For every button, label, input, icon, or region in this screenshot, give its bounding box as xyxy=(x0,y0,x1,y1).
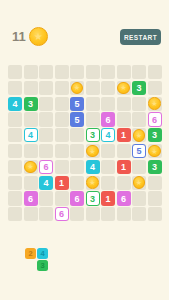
board-cell[interactable]: 1 xyxy=(55,176,69,190)
board-cell[interactable] xyxy=(117,207,131,221)
board-cell[interactable] xyxy=(8,207,22,221)
number-tile-6: 6 xyxy=(117,191,131,205)
board-cell[interactable]: 1 xyxy=(101,191,115,205)
coin: ★ xyxy=(117,82,130,95)
board-cell[interactable] xyxy=(148,176,162,190)
board-cell[interactable] xyxy=(24,207,38,221)
board-cell[interactable] xyxy=(70,144,84,158)
coin-icon: ★ xyxy=(29,27,48,46)
preview-tile-3: 3 xyxy=(37,260,48,271)
board-cell[interactable]: 6 xyxy=(70,191,84,205)
number-tile-6-outline: 6 xyxy=(55,207,69,221)
board-cell[interactable] xyxy=(117,97,131,111)
board-cell[interactable] xyxy=(55,65,69,79)
board-cell[interactable] xyxy=(148,65,162,79)
number-tile-3: 3 xyxy=(148,128,162,142)
board-cell[interactable] xyxy=(148,207,162,221)
board-cell[interactable] xyxy=(39,128,53,142)
board-cell[interactable] xyxy=(70,176,84,190)
preview-tile-2: 2 xyxy=(25,248,36,259)
board-cell[interactable] xyxy=(24,144,38,158)
coin: ★ xyxy=(71,82,84,95)
number-tile-1: 1 xyxy=(55,176,69,190)
star-icon: ★ xyxy=(151,100,157,107)
board-cell[interactable] xyxy=(117,112,131,126)
board-cell[interactable]: ★ xyxy=(132,176,146,190)
board-cell[interactable]: 3 xyxy=(132,81,146,95)
board-cell[interactable] xyxy=(70,128,84,142)
board-cell[interactable]: 3 xyxy=(24,97,38,111)
number-tile-6: 6 xyxy=(24,191,38,205)
board-cell[interactable]: 1 xyxy=(117,128,131,142)
board-cell[interactable]: 6 xyxy=(101,112,115,126)
star-icon: ★ xyxy=(151,147,157,154)
board-cell[interactable] xyxy=(86,65,100,79)
number-tile-5: 5 xyxy=(70,97,84,111)
board-cell[interactable]: 4 xyxy=(39,176,53,190)
number-tile-6: 6 xyxy=(101,112,115,126)
board-cell[interactable] xyxy=(8,176,22,190)
board-cell[interactable] xyxy=(86,112,100,126)
star-icon: ★ xyxy=(120,84,126,91)
coin: ★ xyxy=(86,176,99,189)
number-tile-4: 4 xyxy=(86,160,100,174)
number-tile-6: 6 xyxy=(70,191,84,205)
number-tile-4: 4 xyxy=(8,97,22,111)
board-cell[interactable] xyxy=(55,191,69,205)
board-cell[interactable] xyxy=(39,65,53,79)
number-tile-1: 1 xyxy=(117,160,131,174)
number-tile-3-outline: 3 xyxy=(86,191,100,205)
board-cell[interactable] xyxy=(70,160,84,174)
board-cell[interactable] xyxy=(148,81,162,95)
board-cell[interactable] xyxy=(132,207,146,221)
board-cell[interactable] xyxy=(132,97,146,111)
board-cell[interactable] xyxy=(24,65,38,79)
board-cell[interactable] xyxy=(132,65,146,79)
coin-count: 11 xyxy=(12,29,26,44)
number-tile-5-outline: 5 xyxy=(132,144,146,158)
coin: ★ xyxy=(86,145,99,158)
board-cell[interactable]: 6 xyxy=(55,207,69,221)
board-cell[interactable] xyxy=(24,81,38,95)
preview-tile-4: 4 xyxy=(37,248,48,259)
board-cell[interactable]: ★ xyxy=(148,144,162,158)
board-cell[interactable] xyxy=(55,97,69,111)
board-cell[interactable]: ★ xyxy=(86,144,100,158)
board-cell[interactable]: ★ xyxy=(148,97,162,111)
board-cell[interactable]: 3 xyxy=(148,128,162,142)
board-cell[interactable] xyxy=(55,144,69,158)
star-icon: ★ xyxy=(136,179,142,186)
board-cell[interactable] xyxy=(39,144,53,158)
coin: ★ xyxy=(24,161,37,174)
number-tile-4-outline: 4 xyxy=(101,128,115,142)
number-tile-6-outline: 6 xyxy=(148,112,162,126)
number-tile-3: 3 xyxy=(148,160,162,174)
board-cell[interactable]: 5 xyxy=(70,97,84,111)
board-cell[interactable] xyxy=(132,191,146,205)
board-cell[interactable]: 6 xyxy=(148,112,162,126)
board-cell[interactable]: 1 xyxy=(117,160,131,174)
number-tile-4-outline: 4 xyxy=(24,128,38,142)
board-cell[interactable]: 4 xyxy=(24,128,38,142)
board-cell[interactable] xyxy=(8,144,22,158)
board-cell[interactable] xyxy=(101,144,115,158)
star-icon: ★ xyxy=(136,131,142,138)
coin: ★ xyxy=(133,129,146,142)
board-cell[interactable] xyxy=(86,81,100,95)
number-tile-6-outline: 6 xyxy=(39,160,53,174)
board-cell[interactable] xyxy=(24,176,38,190)
board-cell[interactable]: 4 xyxy=(8,97,22,111)
board-cell[interactable]: 3 xyxy=(86,128,100,142)
board-cell[interactable] xyxy=(86,97,100,111)
board-cell[interactable] xyxy=(101,81,115,95)
board-cell[interactable] xyxy=(148,191,162,205)
board-cell[interactable]: 3 xyxy=(86,191,100,205)
number-tile-3: 3 xyxy=(132,81,146,95)
board-cell[interactable] xyxy=(132,112,146,126)
game-board: ★★3435★5664341★3★5★★641341★★663166 xyxy=(8,65,162,221)
board-cell[interactable] xyxy=(39,81,53,95)
board-cell[interactable] xyxy=(101,176,115,190)
coin: ★ xyxy=(133,176,146,189)
board-cell[interactable] xyxy=(8,81,22,95)
preview-empty xyxy=(25,260,36,271)
board-cell[interactable]: ★ xyxy=(70,81,84,95)
number-tile-1: 1 xyxy=(117,128,131,142)
board-cell[interactable]: 3 xyxy=(148,160,162,174)
board-cell[interactable]: ★ xyxy=(117,81,131,95)
board-cell[interactable] xyxy=(101,65,115,79)
board-cell[interactable]: 6 xyxy=(24,191,38,205)
number-tile-5: 5 xyxy=(70,112,84,126)
coin: ★ xyxy=(148,97,161,110)
board-cell[interactable] xyxy=(39,112,53,126)
board-cell[interactable]: ★ xyxy=(86,176,100,190)
board-cell[interactable] xyxy=(117,65,131,79)
board-cell[interactable]: 6 xyxy=(39,160,53,174)
board-cell[interactable] xyxy=(8,128,22,142)
board-cell[interactable] xyxy=(70,65,84,79)
board-cell[interactable] xyxy=(101,160,115,174)
board-cell[interactable] xyxy=(39,207,53,221)
star-icon: ★ xyxy=(27,163,33,170)
board-cell[interactable] xyxy=(86,207,100,221)
star-icon: ★ xyxy=(74,84,80,91)
board-cell[interactable] xyxy=(55,128,69,142)
board-cell[interactable] xyxy=(117,144,131,158)
board-cell[interactable]: 4 xyxy=(101,128,115,142)
next-piece-preview[interactable]: 243 xyxy=(25,248,48,271)
board-cell[interactable] xyxy=(117,176,131,190)
number-tile-4: 4 xyxy=(39,176,53,190)
board-cell[interactable]: 6 xyxy=(117,191,131,205)
board-cell[interactable] xyxy=(55,160,69,174)
star-icon: ★ xyxy=(89,179,95,186)
board-cell[interactable]: 5 xyxy=(132,144,146,158)
board-cell[interactable] xyxy=(70,207,84,221)
board-cell[interactable] xyxy=(55,112,69,126)
star-icon: ★ xyxy=(89,147,95,154)
coin: ★ xyxy=(148,145,161,158)
board-cell[interactable]: 5 xyxy=(70,112,84,126)
game-screen: 11 ★ RESTART ★★3435★5664341★3★5★★641341★… xyxy=(0,0,169,300)
board-cell[interactable] xyxy=(132,160,146,174)
board-cell[interactable] xyxy=(101,207,115,221)
number-tile-3: 3 xyxy=(24,97,38,111)
board-cell[interactable] xyxy=(8,65,22,79)
board-cell[interactable] xyxy=(55,81,69,95)
star-icon: ★ xyxy=(34,31,43,41)
board-cell[interactable] xyxy=(39,97,53,111)
board-cell[interactable] xyxy=(39,191,53,205)
board-cell[interactable] xyxy=(8,160,22,174)
number-tile-1: 1 xyxy=(101,191,115,205)
coin-counter: 11 ★ xyxy=(12,27,48,46)
board-cell[interactable]: ★ xyxy=(132,128,146,142)
board-cell[interactable] xyxy=(8,191,22,205)
board-cell[interactable] xyxy=(101,97,115,111)
number-tile-3-outline: 3 xyxy=(86,128,100,142)
board-cell[interactable]: 4 xyxy=(86,160,100,174)
board-cell[interactable]: ★ xyxy=(24,160,38,174)
board-cell[interactable] xyxy=(24,112,38,126)
restart-button[interactable]: RESTART xyxy=(120,29,161,45)
board-cell[interactable] xyxy=(8,112,22,126)
